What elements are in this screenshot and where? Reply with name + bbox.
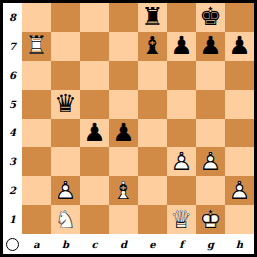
file-label-a: a [22, 234, 51, 254]
square-e3[interactable] [138, 147, 167, 176]
square-f6[interactable] [167, 61, 196, 90]
square-c6[interactable] [80, 61, 109, 90]
square-e4[interactable] [138, 119, 167, 148]
square-c4[interactable]: ♟ [80, 119, 109, 148]
piece-black-queen: ♛ [51, 90, 80, 119]
piece-white-rook: ♜♖ [22, 32, 51, 61]
square-g1[interactable]: ♚♔ [196, 205, 225, 234]
square-b1[interactable]: ♞♘ [51, 205, 80, 234]
square-h6[interactable] [225, 61, 254, 90]
square-h2[interactable]: ♟♙ [225, 176, 254, 205]
square-d8[interactable] [109, 3, 138, 32]
file-label-g: g [196, 234, 225, 254]
side-to-move-corner [3, 234, 22, 254]
square-g2[interactable] [196, 176, 225, 205]
rank-label-1: 1 [3, 205, 22, 234]
file-label-c: c [80, 234, 109, 254]
square-c2[interactable] [80, 176, 109, 205]
square-e6[interactable] [138, 61, 167, 90]
file-label-f: f [167, 234, 196, 254]
square-d6[interactable] [109, 61, 138, 90]
square-g3[interactable]: ♟♙ [196, 147, 225, 176]
square-a3[interactable] [22, 147, 51, 176]
square-f2[interactable] [167, 176, 196, 205]
square-c5[interactable] [80, 90, 109, 119]
square-b7[interactable] [51, 32, 80, 61]
file-label-d: d [109, 234, 138, 254]
square-a7[interactable]: ♜♖ [22, 32, 51, 61]
piece-white-knight: ♞♘ [51, 205, 80, 234]
square-b4[interactable] [51, 119, 80, 148]
square-e2[interactable] [138, 176, 167, 205]
board: ♜♚♜♖♝♟♟♟♛♟♟♟♙♟♙♟♙♝♗♟♙♞♘♛♕♚♔ [22, 3, 254, 234]
square-g8[interactable]: ♚ [196, 3, 225, 32]
square-d1[interactable] [109, 205, 138, 234]
square-d2[interactable]: ♝♗ [109, 176, 138, 205]
rank-label-8: 8 [3, 3, 22, 32]
square-c3[interactable] [80, 147, 109, 176]
square-f8[interactable] [167, 3, 196, 32]
piece-black-pawn: ♟ [196, 32, 225, 61]
square-f5[interactable] [167, 90, 196, 119]
piece-black-bishop: ♝ [138, 32, 167, 61]
piece-black-pawn: ♟ [80, 119, 109, 148]
piece-black-rook: ♜ [138, 3, 167, 32]
square-e5[interactable] [138, 90, 167, 119]
square-a4[interactable] [22, 119, 51, 148]
rank-label-6: 6 [3, 61, 22, 90]
piece-white-pawn: ♟♙ [225, 176, 254, 205]
square-h3[interactable] [225, 147, 254, 176]
file-labels: abcdefgh [22, 234, 254, 254]
piece-white-pawn: ♟♙ [167, 147, 196, 176]
piece-white-pawn: ♟♙ [196, 147, 225, 176]
square-e7[interactable]: ♝ [138, 32, 167, 61]
square-b5[interactable]: ♛ [51, 90, 80, 119]
square-g5[interactable] [196, 90, 225, 119]
square-a1[interactable] [22, 205, 51, 234]
chess-diagram: 87654321 ♜♚♜♖♝♟♟♟♛♟♟♟♙♟♙♟♙♝♗♟♙♞♘♛♕♚♔ abc… [0, 0, 257, 257]
square-h7[interactable]: ♟ [225, 32, 254, 61]
rank-label-3: 3 [3, 147, 22, 176]
square-g7[interactable]: ♟ [196, 32, 225, 61]
square-c7[interactable] [80, 32, 109, 61]
rank-label-2: 2 [3, 176, 22, 205]
square-c8[interactable] [80, 3, 109, 32]
piece-black-pawn: ♟ [167, 32, 196, 61]
square-c1[interactable] [80, 205, 109, 234]
square-g4[interactable] [196, 119, 225, 148]
square-e1[interactable] [138, 205, 167, 234]
square-h5[interactable] [225, 90, 254, 119]
piece-black-pawn: ♟ [225, 32, 254, 61]
white-to-move-indicator [6, 238, 19, 251]
square-e8[interactable]: ♜ [138, 3, 167, 32]
square-a5[interactable] [22, 90, 51, 119]
piece-white-bishop: ♝♗ [109, 176, 138, 205]
square-b8[interactable] [51, 3, 80, 32]
rank-label-4: 4 [3, 119, 22, 148]
piece-black-pawn: ♟ [109, 119, 138, 148]
square-b3[interactable] [51, 147, 80, 176]
piece-white-queen: ♛♕ [167, 205, 196, 234]
file-label-b: b [51, 234, 80, 254]
square-d3[interactable] [109, 147, 138, 176]
square-h8[interactable] [225, 3, 254, 32]
rank-labels: 87654321 [3, 3, 22, 234]
square-h4[interactable] [225, 119, 254, 148]
square-d7[interactable] [109, 32, 138, 61]
file-label-e: e [138, 234, 167, 254]
square-f7[interactable]: ♟ [167, 32, 196, 61]
square-a2[interactable] [22, 176, 51, 205]
piece-white-pawn: ♟♙ [51, 176, 80, 205]
square-a8[interactable] [22, 3, 51, 32]
square-d4[interactable]: ♟ [109, 119, 138, 148]
square-a6[interactable] [22, 61, 51, 90]
square-f3[interactable]: ♟♙ [167, 147, 196, 176]
square-h1[interactable] [225, 205, 254, 234]
rank-label-7: 7 [3, 32, 22, 61]
square-b2[interactable]: ♟♙ [51, 176, 80, 205]
square-b6[interactable] [51, 61, 80, 90]
piece-white-king: ♚♔ [196, 205, 225, 234]
piece-black-king: ♚ [196, 3, 225, 32]
file-label-h: h [225, 234, 254, 254]
rank-label-5: 5 [3, 90, 22, 119]
square-d5[interactable] [109, 90, 138, 119]
square-f4[interactable] [167, 119, 196, 148]
square-g6[interactable] [196, 61, 225, 90]
square-f1[interactable]: ♛♕ [167, 205, 196, 234]
